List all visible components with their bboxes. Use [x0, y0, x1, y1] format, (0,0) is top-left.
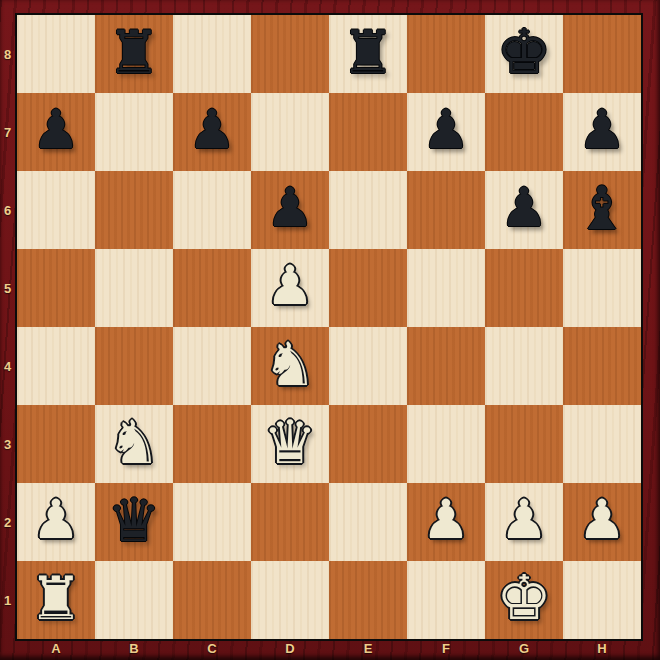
- piece-white-pawn-d5[interactable]: ♟: [266, 259, 314, 313]
- square-d7[interactable]: [251, 93, 329, 171]
- square-a2[interactable]: ♟: [17, 483, 95, 561]
- square-f4[interactable]: [407, 327, 485, 405]
- square-g8[interactable]: ♚: [485, 15, 563, 93]
- square-c8[interactable]: [173, 15, 251, 93]
- square-g1[interactable]: ♚: [485, 561, 563, 639]
- square-f1[interactable]: [407, 561, 485, 639]
- square-g2[interactable]: ♟: [485, 483, 563, 561]
- square-d8[interactable]: [251, 15, 329, 93]
- piece-black-pawn-g6[interactable]: ♟: [500, 181, 548, 235]
- rank-label-7: 7: [0, 93, 15, 171]
- square-g7[interactable]: [485, 93, 563, 171]
- square-h7[interactable]: ♟: [563, 93, 641, 171]
- square-h1[interactable]: [563, 561, 641, 639]
- square-c1[interactable]: [173, 561, 251, 639]
- square-c6[interactable]: [173, 171, 251, 249]
- square-h6[interactable]: ♝: [563, 171, 641, 249]
- square-e3[interactable]: [329, 405, 407, 483]
- piece-white-queen-d3[interactable]: ♛: [263, 412, 317, 472]
- file-label-b: B: [95, 639, 173, 658]
- square-a5[interactable]: [17, 249, 95, 327]
- piece-white-pawn-h2[interactable]: ♟: [578, 493, 626, 547]
- square-d6[interactable]: ♟: [251, 171, 329, 249]
- piece-black-pawn-d6[interactable]: ♟: [266, 181, 314, 235]
- square-h4[interactable]: [563, 327, 641, 405]
- square-b2[interactable]: ♛: [95, 483, 173, 561]
- square-g3[interactable]: [485, 405, 563, 483]
- square-h2[interactable]: ♟: [563, 483, 641, 561]
- file-label-d: D: [251, 639, 329, 658]
- square-a7[interactable]: ♟: [17, 93, 95, 171]
- piece-black-queen-b2[interactable]: ♛: [107, 490, 161, 550]
- square-b7[interactable]: [95, 93, 173, 171]
- square-b5[interactable]: [95, 249, 173, 327]
- file-label-a: A: [17, 639, 95, 658]
- square-c2[interactable]: [173, 483, 251, 561]
- file-label-g: G: [485, 639, 563, 658]
- square-e8[interactable]: ♜: [329, 15, 407, 93]
- piece-black-king-g8[interactable]: ♚: [496, 21, 552, 83]
- square-b8[interactable]: ♜: [95, 15, 173, 93]
- square-c5[interactable]: [173, 249, 251, 327]
- square-c3[interactable]: [173, 405, 251, 483]
- piece-black-rook-e8[interactable]: ♜: [341, 22, 395, 82]
- square-a1[interactable]: ♜: [17, 561, 95, 639]
- piece-white-knight-b3[interactable]: ♞: [107, 412, 161, 472]
- square-f2[interactable]: ♟: [407, 483, 485, 561]
- file-label-c: C: [173, 639, 251, 658]
- rank-label-8: 8: [0, 15, 15, 93]
- square-e5[interactable]: [329, 249, 407, 327]
- rank-label-2: 2: [0, 483, 15, 561]
- piece-black-pawn-a7[interactable]: ♟: [32, 103, 80, 157]
- square-b3[interactable]: ♞: [95, 405, 173, 483]
- square-c4[interactable]: [173, 327, 251, 405]
- piece-black-pawn-h7[interactable]: ♟: [578, 103, 626, 157]
- square-h5[interactable]: [563, 249, 641, 327]
- chess-board: ♜♜♚♟♟♟♟♟♟♝♟♞♞♛♟♛♟♟♟♜♚: [17, 15, 641, 639]
- piece-black-bishop-h6[interactable]: ♝: [575, 178, 629, 238]
- square-b1[interactable]: [95, 561, 173, 639]
- piece-black-pawn-f7[interactable]: ♟: [422, 103, 470, 157]
- square-d4[interactable]: ♞: [251, 327, 329, 405]
- piece-white-rook-a1[interactable]: ♜: [29, 568, 83, 628]
- square-g6[interactable]: ♟: [485, 171, 563, 249]
- square-d2[interactable]: [251, 483, 329, 561]
- square-f7[interactable]: ♟: [407, 93, 485, 171]
- square-e7[interactable]: [329, 93, 407, 171]
- square-b4[interactable]: [95, 327, 173, 405]
- piece-black-rook-b8[interactable]: ♜: [107, 22, 161, 82]
- rank-label-5: 5: [0, 249, 15, 327]
- square-a3[interactable]: [17, 405, 95, 483]
- square-f3[interactable]: [407, 405, 485, 483]
- piece-black-pawn-c7[interactable]: ♟: [188, 103, 236, 157]
- rank-labels: 87654321: [0, 15, 15, 639]
- file-label-e: E: [329, 639, 407, 658]
- square-h8[interactable]: [563, 15, 641, 93]
- board-edge: ♜♜♚♟♟♟♟♟♟♝♟♞♞♛♟♛♟♟♟♜♚: [15, 13, 643, 641]
- square-d5[interactable]: ♟: [251, 249, 329, 327]
- file-label-f: F: [407, 639, 485, 658]
- rank-label-4: 4: [0, 327, 15, 405]
- square-c7[interactable]: ♟: [173, 93, 251, 171]
- rank-label-1: 1: [0, 561, 15, 639]
- rank-label-6: 6: [0, 171, 15, 249]
- square-e1[interactable]: [329, 561, 407, 639]
- rank-label-3: 3: [0, 405, 15, 483]
- piece-white-king-g1[interactable]: ♚: [496, 567, 552, 629]
- chessboard-frame: 87654321 ABCDEFGH ♜♜♚♟♟♟♟♟♟♝♟♞♞♛♟♛♟♟♟♜♚: [0, 0, 660, 660]
- square-d3[interactable]: ♛: [251, 405, 329, 483]
- square-a8[interactable]: [17, 15, 95, 93]
- square-d1[interactable]: [251, 561, 329, 639]
- piece-white-pawn-f2[interactable]: ♟: [422, 493, 470, 547]
- piece-white-pawn-g2[interactable]: ♟: [500, 493, 548, 547]
- piece-white-knight-d4[interactable]: ♞: [263, 334, 317, 394]
- square-h3[interactable]: [563, 405, 641, 483]
- square-g4[interactable]: [485, 327, 563, 405]
- square-a6[interactable]: [17, 171, 95, 249]
- file-labels: ABCDEFGH: [17, 639, 641, 658]
- square-g5[interactable]: [485, 249, 563, 327]
- piece-white-pawn-a2[interactable]: ♟: [32, 493, 80, 547]
- square-f5[interactable]: [407, 249, 485, 327]
- square-f8[interactable]: [407, 15, 485, 93]
- file-label-h: H: [563, 639, 641, 658]
- square-f6[interactable]: [407, 171, 485, 249]
- square-e2[interactable]: [329, 483, 407, 561]
- square-e6[interactable]: [329, 171, 407, 249]
- square-a4[interactable]: [17, 327, 95, 405]
- square-b6[interactable]: [95, 171, 173, 249]
- square-e4[interactable]: [329, 327, 407, 405]
